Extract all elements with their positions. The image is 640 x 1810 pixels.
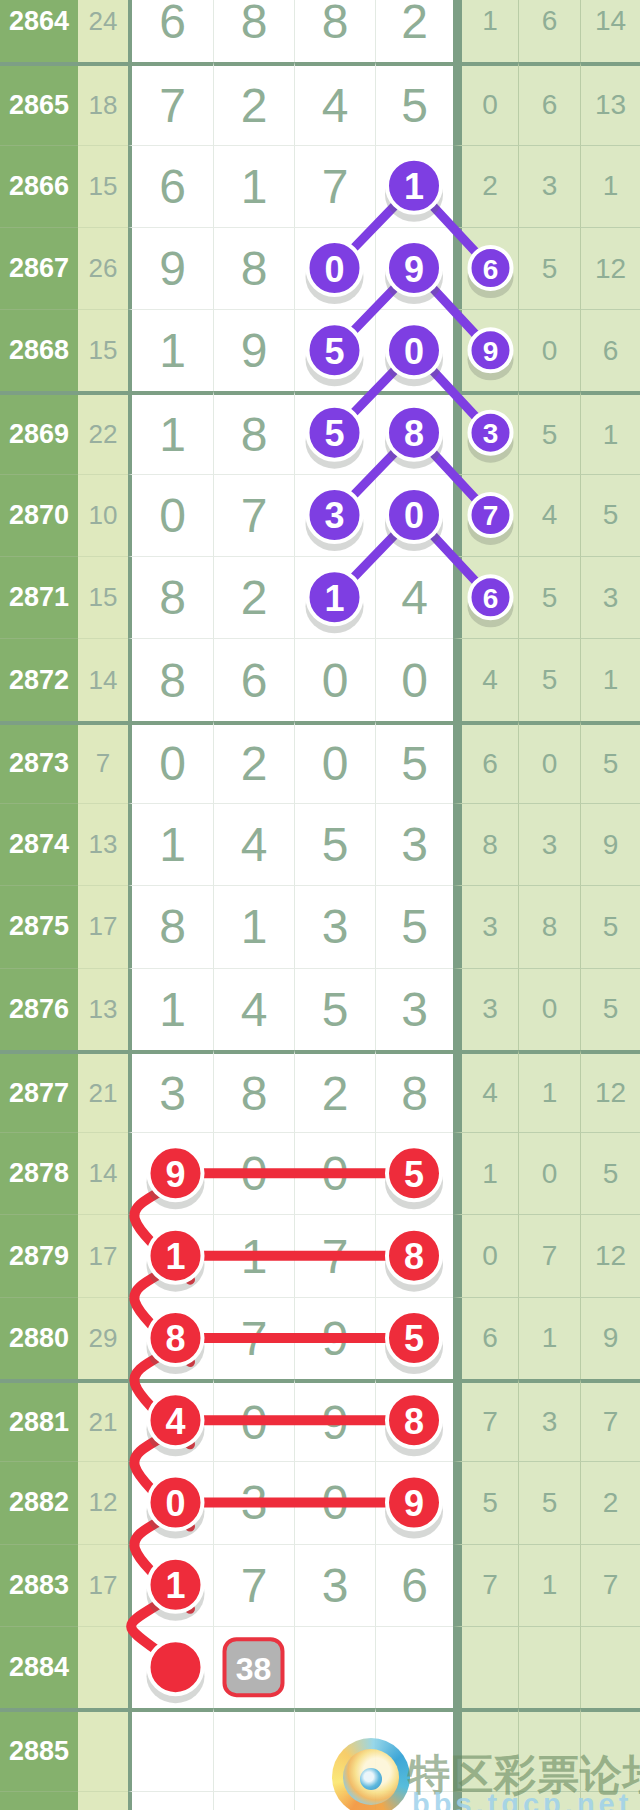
cell-digit-c2: 0	[213, 1379, 294, 1461]
cell-sum	[78, 1708, 128, 1790]
cell-sum	[78, 1791, 128, 1810]
cell-sum: 24	[78, 0, 128, 62]
cell-digit-c4: 4	[375, 556, 453, 638]
cell-extra-r2	[518, 1626, 580, 1708]
cell-extra-r2: 5	[518, 391, 580, 473]
cell-digit-c1: 1	[128, 309, 213, 391]
cell-extra-r3: 12	[580, 227, 640, 309]
cell-extra-r1: 4	[453, 1050, 518, 1132]
table-row-2874: 2874131453839	[0, 803, 640, 885]
cell-extra-r2: 6	[518, 62, 580, 144]
cell-digit-c2: 2	[213, 721, 294, 803]
cell-sum: 29	[78, 1297, 128, 1379]
cell-extra-r2: 1	[518, 1544, 580, 1626]
table-row-2872: 2872148600451	[0, 638, 640, 720]
cell-digit-c4	[375, 1132, 453, 1214]
cell-sum: 18	[78, 62, 128, 144]
cell-extra-r1: 3	[453, 885, 518, 967]
cell-issue: 2878	[0, 1132, 78, 1214]
cell-digit-c3	[294, 1626, 375, 1708]
cell-sum: 12	[78, 1461, 128, 1543]
table-row-2875: 2875178135385	[0, 885, 640, 967]
cell-extra-r2: 5	[518, 638, 580, 720]
table-row-2864: 28642468821614	[0, 0, 640, 62]
cell-extra-r2: 0	[518, 721, 580, 803]
cell-digit-c2: 8	[213, 391, 294, 473]
cell-extra-r3: 5	[580, 885, 640, 967]
table-row-2879: 287917170712	[0, 1214, 640, 1296]
cell-digit-c3: 7	[294, 1214, 375, 1296]
table-row-2884: 2884	[0, 1626, 640, 1708]
table-row-2870: 2870100745	[0, 474, 640, 556]
cell-sum: 13	[78, 968, 128, 1050]
cell-digit-c3: 7	[294, 145, 375, 227]
cell-digit-c1: 1	[128, 968, 213, 1050]
cell-extra-r1	[453, 227, 518, 309]
cell-issue: 2873	[0, 721, 78, 803]
cell-digit-c2: 8	[213, 0, 294, 62]
cell-digit-c4: 5	[375, 62, 453, 144]
cell-sum: 7	[78, 721, 128, 803]
cell-digit-c1	[128, 1379, 213, 1461]
cell-digit-c2	[213, 1791, 294, 1810]
table-row-2878: 28781400105	[0, 1132, 640, 1214]
cell-digit-c2: 3	[213, 1461, 294, 1543]
cell-digit-c2: 1	[213, 145, 294, 227]
cell-extra-r3: 13	[580, 62, 640, 144]
cell-digit-c3	[294, 1791, 375, 1810]
cell-digit-c1: 8	[128, 638, 213, 720]
cell-extra-r2: 1	[518, 1050, 580, 1132]
cell-sum: 22	[78, 391, 128, 473]
cell-digit-c3: 5	[294, 803, 375, 885]
cell-digit-c4	[375, 1297, 453, 1379]
cell-issue: 2869	[0, 391, 78, 473]
cell-sum: 13	[78, 803, 128, 885]
cell-extra-r2: 3	[518, 1379, 580, 1461]
cell-digit-c1	[128, 1297, 213, 1379]
cell-extra-r3: 12	[580, 1050, 640, 1132]
cell-digit-c4: 5	[375, 885, 453, 967]
cell-sum: 15	[78, 556, 128, 638]
cell-extra-r2: 3	[518, 803, 580, 885]
cell-extra-r3: 3	[580, 556, 640, 638]
cell-extra-r2: 8	[518, 885, 580, 967]
cell-digit-c4	[375, 227, 453, 309]
cell-digit-c4	[375, 309, 453, 391]
cell-digit-c2: 7	[213, 474, 294, 556]
cell-digit-c4	[375, 1626, 453, 1708]
cell-digit-c2: 2	[213, 556, 294, 638]
cell-digit-c1	[128, 1708, 213, 1790]
table-row-2886: 2886	[0, 1791, 640, 1810]
cell-sum: 14	[78, 638, 128, 720]
table-row-2883: 288317736717	[0, 1544, 640, 1626]
cell-extra-r2: 5	[518, 227, 580, 309]
cell-issue: 2864	[0, 0, 78, 62]
cell-digit-c3: 0	[294, 1132, 375, 1214]
cell-extra-r3: 5	[580, 474, 640, 556]
cell-extra-r3	[580, 1791, 640, 1810]
cell-sum: 15	[78, 145, 128, 227]
cell-digit-c4	[375, 391, 453, 473]
cell-sum: 21	[78, 1050, 128, 1132]
cell-issue: 2883	[0, 1544, 78, 1626]
cell-issue: 2877	[0, 1050, 78, 1132]
cell-digit-c1	[128, 1791, 213, 1810]
cell-digit-c1: 6	[128, 145, 213, 227]
cell-digit-c4: 5	[375, 721, 453, 803]
cell-digit-c2: 2	[213, 62, 294, 144]
cell-digit-c3: 0	[294, 1461, 375, 1543]
cell-digit-c2: 1	[213, 1214, 294, 1296]
cell-digit-c3: 3	[294, 1544, 375, 1626]
cell-digit-c3	[294, 391, 375, 473]
cell-extra-r2: 0	[518, 1132, 580, 1214]
cell-digit-c4: 6	[375, 1544, 453, 1626]
cell-extra-r2: 5	[518, 1461, 580, 1543]
cell-extra-r1	[453, 1708, 518, 1790]
cell-extra-r1	[453, 1626, 518, 1708]
cell-issue: 2872	[0, 638, 78, 720]
cell-extra-r2: 0	[518, 968, 580, 1050]
cell-extra-r2: 0	[518, 309, 580, 391]
cell-extra-r1	[453, 474, 518, 556]
cell-digit-c1: 8	[128, 885, 213, 967]
cell-digit-c1: 9	[128, 227, 213, 309]
cell-extra-r3: 5	[580, 1132, 640, 1214]
cell-extra-r3: 1	[580, 391, 640, 473]
cell-digit-c1: 0	[128, 721, 213, 803]
cell-digit-c1: 8	[128, 556, 213, 638]
cell-digit-c3	[294, 1708, 375, 1790]
cell-digit-c2: 4	[213, 803, 294, 885]
cell-extra-r3: 12	[580, 1214, 640, 1296]
cell-extra-r1	[453, 556, 518, 638]
table-row-2865: 28651872450613	[0, 62, 640, 144]
cell-issue: 2871	[0, 556, 78, 638]
table-row-2868: 2868151906	[0, 309, 640, 391]
cell-issue: 2875	[0, 885, 78, 967]
cell-extra-r2: 3	[518, 145, 580, 227]
cell-sum: 15	[78, 309, 128, 391]
cell-digit-c1: 1	[128, 803, 213, 885]
cell-extra-r3: 5	[580, 721, 640, 803]
cell-extra-r1: 2	[453, 145, 518, 227]
cell-digit-c2	[213, 1708, 294, 1790]
cell-digit-c2: 7	[213, 1544, 294, 1626]
cell-digit-c3	[294, 556, 375, 638]
cell-extra-r1: 7	[453, 1379, 518, 1461]
cell-issue: 2865	[0, 62, 78, 144]
cell-digit-c4	[375, 145, 453, 227]
cell-extra-r3	[580, 1708, 640, 1790]
cell-extra-r2	[518, 1708, 580, 1790]
cell-digit-c2: 1	[213, 885, 294, 967]
cell-digit-c4	[375, 1708, 453, 1790]
cell-issue: 2884	[0, 1626, 78, 1708]
cell-extra-r2: 6	[518, 0, 580, 62]
cell-digit-c4	[375, 1214, 453, 1296]
cell-digit-c2: 8	[213, 1050, 294, 1132]
cell-digit-c1	[128, 1544, 213, 1626]
table-row-2873: 287370205605	[0, 721, 640, 803]
cell-digit-c4	[375, 1379, 453, 1461]
cell-digit-c3: 0	[294, 721, 375, 803]
cell-digit-c3: 0	[294, 638, 375, 720]
cell-extra-r2: 4	[518, 474, 580, 556]
cell-extra-r2	[518, 1791, 580, 1810]
lottery-trend-chart-screen: { "game": "lottery pick-4 digit trend ch…	[0, 0, 640, 1810]
cell-digit-c4: 2	[375, 0, 453, 62]
cell-extra-r3: 14	[580, 0, 640, 62]
cell-issue: 2885	[0, 1708, 78, 1790]
cell-extra-r1: 0	[453, 1214, 518, 1296]
cell-digit-c2: 9	[213, 309, 294, 391]
cell-digit-c3: 2	[294, 1050, 375, 1132]
table-row-2885: 2885	[0, 1708, 640, 1790]
table-row-2867: 28672698512	[0, 227, 640, 309]
cell-digit-c3	[294, 309, 375, 391]
cell-extra-r1	[453, 1791, 518, 1810]
cell-sum: 14	[78, 1132, 128, 1214]
cell-digit-c2: 0	[213, 1132, 294, 1214]
cell-sum: 17	[78, 1214, 128, 1296]
cell-digit-c3: 3	[294, 885, 375, 967]
cell-digit-c4: 3	[375, 968, 453, 1050]
table-row-2871: 28711582453	[0, 556, 640, 638]
cell-extra-r1	[453, 391, 518, 473]
cell-extra-r1: 6	[453, 1297, 518, 1379]
table-row-2866: 286615617231	[0, 145, 640, 227]
cell-sum: 17	[78, 1544, 128, 1626]
cell-issue: 2879	[0, 1214, 78, 1296]
cell-digit-c2: 7	[213, 1297, 294, 1379]
cell-digit-c2: 4	[213, 968, 294, 1050]
cell-issue: 2880	[0, 1297, 78, 1379]
cell-sum: 26	[78, 227, 128, 309]
cell-extra-r3: 9	[580, 803, 640, 885]
cell-extra-r3: 6	[580, 309, 640, 391]
cell-extra-r1: 0	[453, 62, 518, 144]
table-row-2876: 2876131453305	[0, 968, 640, 1050]
cell-digit-c4	[375, 1461, 453, 1543]
cell-digit-c1: 3	[128, 1050, 213, 1132]
cell-issue: 2867	[0, 227, 78, 309]
cell-extra-r1: 6	[453, 721, 518, 803]
cell-digit-c3: 4	[294, 62, 375, 144]
cell-digit-c1	[128, 1132, 213, 1214]
cell-extra-r1: 7	[453, 1544, 518, 1626]
cell-extra-r3: 1	[580, 145, 640, 227]
cell-digit-c2	[213, 1626, 294, 1708]
cell-digit-c4: 0	[375, 638, 453, 720]
cell-digit-c2: 6	[213, 638, 294, 720]
cell-extra-r3: 9	[580, 1297, 640, 1379]
cell-issue: 2868	[0, 309, 78, 391]
cell-digit-c1: 0	[128, 474, 213, 556]
cell-extra-r1: 3	[453, 968, 518, 1050]
cell-extra-r3: 1	[580, 638, 640, 720]
cell-sum	[78, 1626, 128, 1708]
cell-digit-c4: 8	[375, 1050, 453, 1132]
cell-issue: 2882	[0, 1461, 78, 1543]
cell-digit-c1: 1	[128, 391, 213, 473]
cell-digit-c4	[375, 474, 453, 556]
cell-extra-r1: 8	[453, 803, 518, 885]
cell-digit-c1	[128, 1461, 213, 1543]
table-row-2882: 28821230552	[0, 1461, 640, 1543]
cell-digit-c1	[128, 1214, 213, 1296]
cell-issue: 2886	[0, 1791, 78, 1810]
cell-digit-c3: 8	[294, 0, 375, 62]
cell-extra-r3: 5	[580, 968, 640, 1050]
cell-sum: 10	[78, 474, 128, 556]
cell-issue: 2866	[0, 145, 78, 227]
cell-digit-c1: 7	[128, 62, 213, 144]
cell-digit-c3: 5	[294, 968, 375, 1050]
cell-digit-c1	[128, 1626, 213, 1708]
cell-extra-r1: 1	[453, 1132, 518, 1214]
table-row-2877: 28772138284112	[0, 1050, 640, 1132]
cell-issue: 2876	[0, 968, 78, 1050]
cell-extra-r1: 5	[453, 1461, 518, 1543]
cell-issue: 2870	[0, 474, 78, 556]
cell-extra-r3: 7	[580, 1379, 640, 1461]
cell-digit-c3	[294, 474, 375, 556]
cell-digit-c3: 9	[294, 1297, 375, 1379]
trend-table: 2864246882161428651872450613286615617231…	[0, 0, 640, 1810]
cell-digit-c4: 3	[375, 803, 453, 885]
cell-extra-r1: 1	[453, 0, 518, 62]
cell-digit-c3: 9	[294, 1379, 375, 1461]
cell-sum: 17	[78, 885, 128, 967]
cell-digit-c3	[294, 227, 375, 309]
cell-extra-r2: 5	[518, 556, 580, 638]
cell-extra-r3: 2	[580, 1461, 640, 1543]
cell-issue: 2874	[0, 803, 78, 885]
cell-extra-r1	[453, 309, 518, 391]
table-row-2881: 28812109737	[0, 1379, 640, 1461]
cell-extra-r3	[580, 1626, 640, 1708]
table-row-2880: 28802979619	[0, 1297, 640, 1379]
cell-extra-r2: 7	[518, 1214, 580, 1296]
cell-extra-r3: 7	[580, 1544, 640, 1626]
cell-extra-r2: 1	[518, 1297, 580, 1379]
cell-issue: 2881	[0, 1379, 78, 1461]
cell-extra-r1: 4	[453, 638, 518, 720]
cell-digit-c2: 8	[213, 227, 294, 309]
cell-digit-c1: 6	[128, 0, 213, 62]
table-row-2869: 2869221851	[0, 391, 640, 473]
cell-sum: 21	[78, 1379, 128, 1461]
cell-digit-c4	[375, 1791, 453, 1810]
